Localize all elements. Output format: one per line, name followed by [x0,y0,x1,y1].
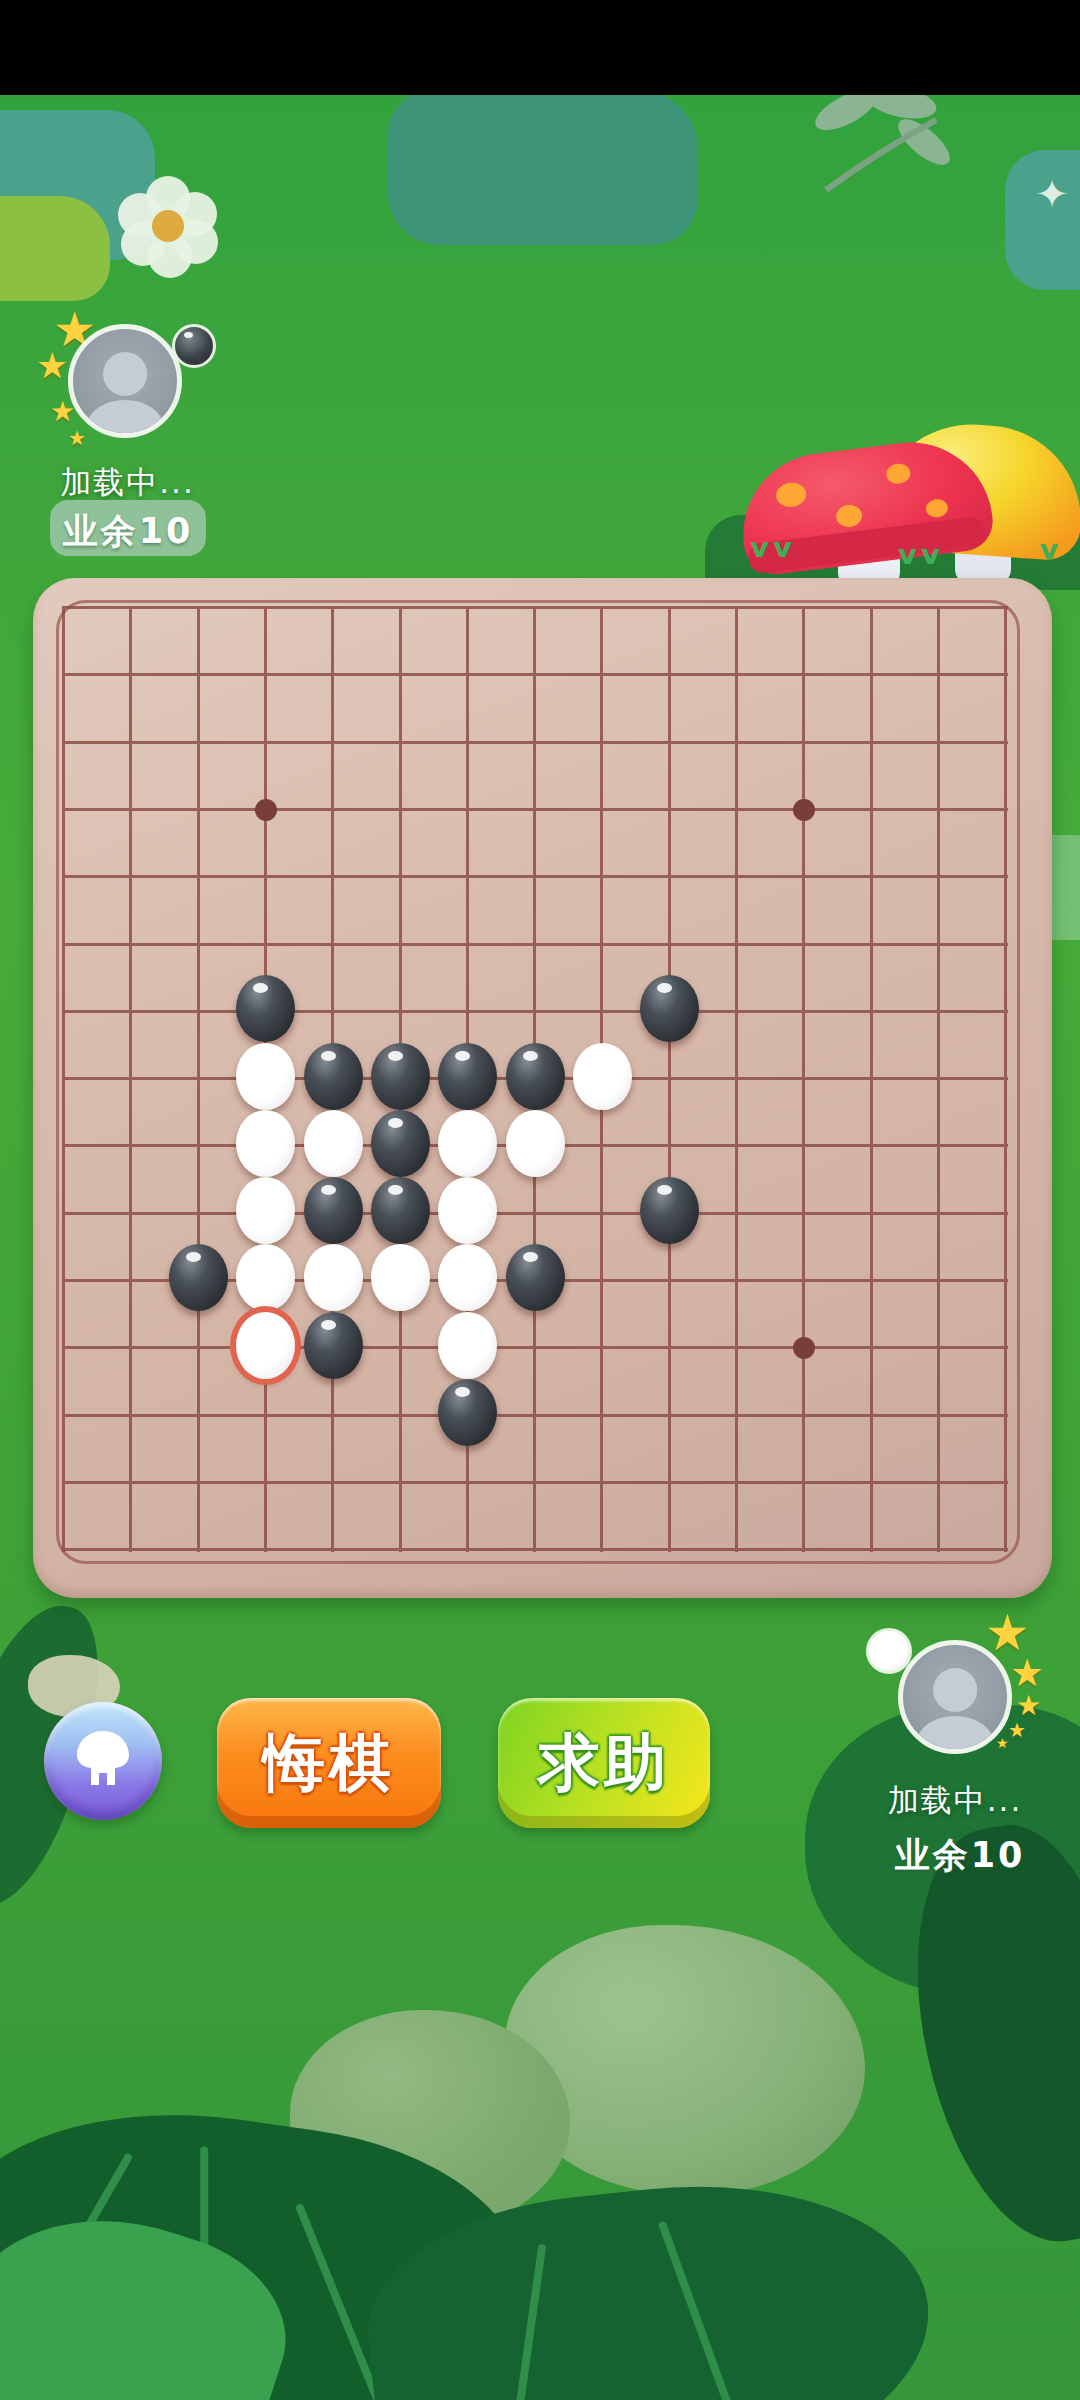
player-top-avatar[interactable] [68,324,182,438]
player-top-name: 加载中... [30,462,225,504]
bush-decoration [0,196,110,301]
game-screen: ✦ ᵛᵛ ᵛᵛ ᵛ ★ ★ ★ ★ 加载中... 业余10 [0,0,1080,2400]
white-stone [438,1177,497,1244]
white-stone [438,1244,497,1311]
board-stones-layer[interactable] [30,574,1040,1584]
home-button[interactable] [44,1702,162,1820]
player-top-rank: 业余10 [50,508,206,555]
rank-star-icon: ★ [1010,1654,1044,1692]
white-stone [438,1110,497,1177]
sparkle-decoration: ✦ [1030,172,1074,216]
white-stone [304,1110,363,1177]
player-top-stone-black-icon [172,324,216,368]
white-stone [371,1244,430,1311]
flower-decoration [118,176,218,276]
white-stone [236,1043,295,1110]
undo-button-label: 悔棋 [263,1721,395,1805]
black-stone [304,1043,363,1110]
black-stone [640,975,699,1042]
black-stone [371,1177,430,1244]
bush-decoration [388,90,698,245]
status-bar [0,0,1080,95]
white-stone [506,1110,565,1177]
black-stone [506,1043,565,1110]
white-stone [304,1244,363,1311]
black-stone [640,1177,699,1244]
rank-star-icon: ★ [68,428,86,448]
white-stone [236,1177,295,1244]
black-stone [304,1312,363,1379]
black-stone [371,1043,430,1110]
star-point [793,1337,815,1359]
help-button-label: 求助 [538,1721,670,1805]
player-bottom-rank: 业余10 [860,1832,1060,1879]
star-point [255,799,277,821]
black-stone [304,1177,363,1244]
black-stone [371,1110,430,1177]
player-bottom-name: 加载中... [855,1780,1055,1822]
rank-star-icon: ★ [1008,1720,1026,1740]
white-stone [236,1312,295,1379]
white-stone [236,1110,295,1177]
leaf-sprig-decoration [806,80,956,195]
black-stone [438,1043,497,1110]
undo-move-button[interactable]: 悔棋 [217,1698,441,1828]
black-stone [236,975,295,1042]
ask-help-button[interactable]: 求助 [498,1698,710,1828]
rank-star-icon: ★ [1016,1692,1041,1720]
player-bottom-avatar[interactable] [898,1640,1012,1754]
house-icon [71,1729,135,1793]
white-stone [573,1043,632,1110]
black-stone [438,1379,497,1446]
white-stone [236,1244,295,1311]
white-stone [438,1312,497,1379]
star-point [793,799,815,821]
rank-star-icon: ★ [36,348,68,384]
black-stone [169,1244,228,1311]
black-stone [506,1244,565,1311]
grass-tuft: ᵛᵛ [742,538,800,578]
player-bottom-stone-white-icon [866,1628,912,1674]
rank-star-icon: ★ [996,1736,1009,1750]
